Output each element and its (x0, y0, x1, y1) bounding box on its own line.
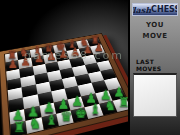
square-b7[interactable]: ♟ (18, 58, 32, 69)
turn-status: YOU MOVE (130, 20, 180, 41)
last-moves-label: LAST MOVES (136, 58, 180, 72)
square-c1[interactable]: ♝ (41, 114, 59, 130)
square-a1[interactable]: ♜ (10, 121, 27, 135)
turn-status-line2: MOVE (130, 31, 180, 42)
red-pawn[interactable]: ♟ (57, 48, 69, 59)
red-pawn[interactable]: ♟ (32, 53, 45, 64)
logo-suffix: CHESS (151, 5, 178, 14)
green-bishop[interactable]: ♝ (88, 103, 103, 117)
green-king[interactable]: ♚ (73, 106, 88, 120)
green-knight[interactable]: ♞ (27, 116, 43, 130)
green-bishop[interactable]: ♝ (43, 113, 59, 127)
move-list[interactable] (133, 73, 177, 117)
red-pawn[interactable]: ♟ (6, 58, 19, 70)
game-window: ♜♞♝♛♚♝♞♜♟♟♟♟♟♟♟♟♟♟♟♟♟♟♟♟♜♞♝♛♚♝♞♜ games68… (0, 0, 180, 135)
turn-status-line1: YOU (130, 20, 180, 31)
square-a4[interactable] (8, 87, 23, 100)
green-rook[interactable]: ♜ (11, 120, 27, 134)
board-frame: ♜♞♝♛♚♝♞♜♟♟♟♟♟♟♟♟♟♟♟♟♟♟♟♟♜♞♝♛♚♝♞♜ (0, 33, 141, 135)
sidebar: flashCHESS YOU MOVE LAST MOVES (128, 0, 180, 135)
green-knight[interactable]: ♞ (102, 99, 117, 112)
red-pawn[interactable]: ♟ (93, 42, 105, 53)
green-queen[interactable]: ♛ (58, 109, 73, 123)
red-pawn[interactable]: ♟ (81, 44, 93, 55)
square-a7[interactable]: ♟ (6, 60, 20, 71)
red-pawn[interactable]: ♟ (19, 55, 32, 66)
square-d5[interactable] (47, 70, 62, 82)
chess-board[interactable]: ♜♞♝♛♚♝♞♜♟♟♟♟♟♟♟♟♟♟♟♟♟♟♟♟♜♞♝♛♚♝♞♜ (4, 37, 132, 135)
red-pawn[interactable]: ♟ (69, 46, 81, 57)
red-pawn[interactable]: ♟ (45, 51, 57, 62)
logo-prefix: flash (132, 5, 151, 15)
square-b1[interactable]: ♞ (26, 117, 43, 133)
flashchess-logo: flashCHESS (132, 3, 178, 16)
